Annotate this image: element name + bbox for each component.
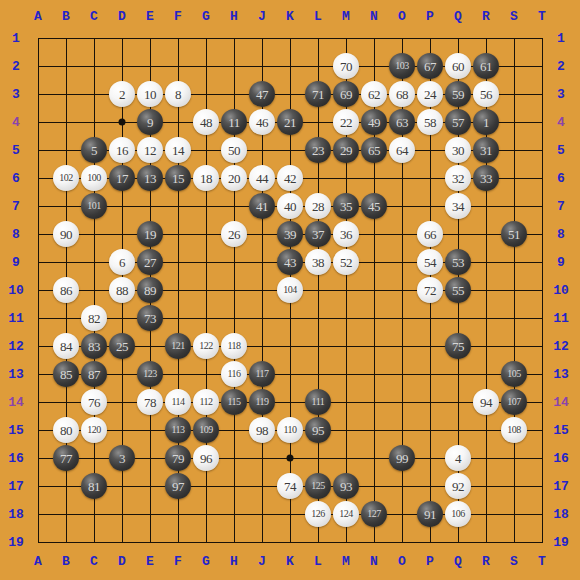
move-number: 85 bbox=[60, 368, 72, 381]
move-number: 17 bbox=[116, 172, 128, 185]
move-number: 67 bbox=[424, 60, 436, 73]
move-number: 59 bbox=[452, 88, 464, 101]
move-number: 73 bbox=[144, 312, 156, 325]
stone-D6[interactable]: 17 bbox=[109, 165, 135, 191]
stone-E11[interactable]: 73 bbox=[137, 305, 163, 331]
stone-E4[interactable]: 9 bbox=[137, 109, 163, 135]
move-number: 56 bbox=[480, 88, 492, 101]
stone-J7[interactable]: 41 bbox=[249, 193, 275, 219]
stone-R14[interactable]: 94 bbox=[473, 389, 499, 415]
stone-P2[interactable]: 67 bbox=[417, 53, 443, 79]
row-label-left: 16 bbox=[8, 451, 24, 466]
row-label-left: 12 bbox=[8, 339, 24, 354]
move-number: 47 bbox=[256, 88, 268, 101]
stone-Q2[interactable]: 60 bbox=[445, 53, 471, 79]
stone-O2[interactable]: 103 bbox=[389, 53, 415, 79]
move-number: 109 bbox=[199, 425, 213, 435]
star-point bbox=[119, 119, 126, 126]
stone-G14[interactable]: 112 bbox=[193, 389, 219, 415]
stone-L14[interactable]: 111 bbox=[305, 389, 331, 415]
column-label-bottom: A bbox=[34, 554, 42, 569]
stone-O5[interactable]: 64 bbox=[389, 137, 415, 163]
stone-Q6[interactable]: 32 bbox=[445, 165, 471, 191]
move-number: 116 bbox=[227, 369, 240, 379]
stone-G12[interactable]: 122 bbox=[193, 333, 219, 359]
move-number: 71 bbox=[312, 88, 324, 101]
row-label-left: 8 bbox=[12, 227, 20, 242]
move-number: 30 bbox=[452, 144, 464, 157]
move-number: 21 bbox=[284, 116, 296, 129]
stone-K7[interactable]: 40 bbox=[277, 193, 303, 219]
move-number: 26 bbox=[228, 228, 240, 241]
move-number: 84 bbox=[60, 340, 72, 353]
stone-H13[interactable]: 116 bbox=[221, 361, 247, 387]
stone-D5[interactable]: 16 bbox=[109, 137, 135, 163]
stone-N7[interactable]: 45 bbox=[361, 193, 387, 219]
move-number: 20 bbox=[228, 172, 240, 185]
move-number: 83 bbox=[88, 340, 100, 353]
column-label-bottom: K bbox=[286, 554, 294, 569]
move-number: 127 bbox=[367, 509, 381, 519]
stone-Q16[interactable]: 4 bbox=[445, 445, 471, 471]
move-number: 11 bbox=[228, 116, 240, 129]
move-number: 75 bbox=[452, 340, 464, 353]
move-number: 113 bbox=[171, 425, 184, 435]
stone-P9[interactable]: 54 bbox=[417, 249, 443, 275]
stone-B10[interactable]: 86 bbox=[53, 277, 79, 303]
stone-B13[interactable]: 85 bbox=[53, 361, 79, 387]
stone-J15[interactable]: 98 bbox=[249, 417, 275, 443]
move-number: 54 bbox=[424, 256, 436, 269]
move-number: 94 bbox=[480, 396, 492, 409]
stone-M2[interactable]: 70 bbox=[333, 53, 359, 79]
stone-K10[interactable]: 104 bbox=[277, 277, 303, 303]
move-number: 95 bbox=[312, 424, 324, 437]
move-number: 125 bbox=[311, 481, 325, 491]
move-number: 96 bbox=[200, 452, 212, 465]
row-label-right: 4 bbox=[557, 115, 565, 130]
stone-F15[interactable]: 113 bbox=[165, 417, 191, 443]
move-number: 8 bbox=[175, 88, 181, 101]
column-label-bottom: L bbox=[314, 554, 322, 569]
move-number: 76 bbox=[88, 396, 100, 409]
move-number: 25 bbox=[116, 340, 128, 353]
row-label-left: 13 bbox=[8, 367, 24, 382]
move-number: 124 bbox=[339, 509, 353, 519]
stone-L8[interactable]: 37 bbox=[305, 221, 331, 247]
column-label-top: J bbox=[258, 9, 266, 24]
column-label-top: C bbox=[90, 9, 98, 24]
stone-Q7[interactable]: 34 bbox=[445, 193, 471, 219]
move-number: 13 bbox=[144, 172, 156, 185]
move-number: 15 bbox=[172, 172, 184, 185]
move-number: 12 bbox=[144, 144, 156, 157]
stone-O3[interactable]: 68 bbox=[389, 81, 415, 107]
stone-M9[interactable]: 52 bbox=[333, 249, 359, 275]
stone-H4[interactable]: 11 bbox=[221, 109, 247, 135]
stone-E5[interactable]: 12 bbox=[137, 137, 163, 163]
column-label-top: M bbox=[342, 9, 350, 24]
row-label-right: 8 bbox=[557, 227, 565, 242]
stone-H5[interactable]: 50 bbox=[221, 137, 247, 163]
move-number: 49 bbox=[368, 116, 380, 129]
stone-G15[interactable]: 109 bbox=[193, 417, 219, 443]
stone-B8[interactable]: 90 bbox=[53, 221, 79, 247]
move-number: 48 bbox=[200, 116, 212, 129]
stone-R3[interactable]: 56 bbox=[473, 81, 499, 107]
column-label-bottom: H bbox=[230, 554, 238, 569]
stone-D16[interactable]: 3 bbox=[109, 445, 135, 471]
row-label-right: 2 bbox=[557, 59, 565, 74]
stone-M8[interactable]: 36 bbox=[333, 221, 359, 247]
stone-J13[interactable]: 117 bbox=[249, 361, 275, 387]
stone-L7[interactable]: 28 bbox=[305, 193, 331, 219]
move-number: 53 bbox=[452, 256, 464, 269]
column-label-bottom: S bbox=[510, 554, 518, 569]
row-label-left: 17 bbox=[8, 479, 24, 494]
move-number: 44 bbox=[256, 172, 268, 185]
stone-K8[interactable]: 39 bbox=[277, 221, 303, 247]
stone-H6[interactable]: 20 bbox=[221, 165, 247, 191]
stone-M7[interactable]: 35 bbox=[333, 193, 359, 219]
row-label-left: 18 bbox=[8, 507, 24, 522]
stone-F14[interactable]: 114 bbox=[165, 389, 191, 415]
stone-D12[interactable]: 25 bbox=[109, 333, 135, 359]
stone-B16[interactable]: 77 bbox=[53, 445, 79, 471]
stone-B15[interactable]: 80 bbox=[53, 417, 79, 443]
move-number: 103 bbox=[395, 61, 409, 71]
row-label-left: 4 bbox=[12, 115, 20, 130]
move-number: 29 bbox=[340, 144, 352, 157]
stone-B12[interactable]: 84 bbox=[53, 333, 79, 359]
move-number: 31 bbox=[480, 144, 492, 157]
move-number: 104 bbox=[283, 285, 297, 295]
grid-line-vertical bbox=[542, 38, 543, 543]
row-label-left: 10 bbox=[8, 283, 24, 298]
column-label-top: D bbox=[118, 9, 126, 24]
stone-F3[interactable]: 8 bbox=[165, 81, 191, 107]
stone-H8[interactable]: 26 bbox=[221, 221, 247, 247]
move-number: 24 bbox=[424, 88, 436, 101]
move-number: 106 bbox=[451, 509, 465, 519]
stone-K4[interactable]: 21 bbox=[277, 109, 303, 135]
move-number: 61 bbox=[480, 60, 492, 73]
stone-E13[interactable]: 123 bbox=[137, 361, 163, 387]
move-number: 87 bbox=[88, 368, 100, 381]
move-number: 16 bbox=[116, 144, 128, 157]
stone-C7[interactable]: 101 bbox=[81, 193, 107, 219]
column-label-top: H bbox=[230, 9, 238, 24]
grid-line-vertical bbox=[318, 38, 319, 543]
move-number: 108 bbox=[507, 425, 521, 435]
stone-G4[interactable]: 48 bbox=[193, 109, 219, 135]
move-number: 117 bbox=[255, 369, 268, 379]
stone-R6[interactable]: 33 bbox=[473, 165, 499, 191]
move-number: 22 bbox=[340, 116, 352, 129]
grid-line-horizontal bbox=[38, 542, 543, 543]
move-number: 98 bbox=[256, 424, 268, 437]
stone-Q12[interactable]: 75 bbox=[445, 333, 471, 359]
row-label-right: 14 bbox=[553, 395, 569, 410]
column-label-top: R bbox=[482, 9, 490, 24]
move-number: 32 bbox=[452, 172, 464, 185]
move-number: 6 bbox=[119, 256, 125, 269]
column-label-top: A bbox=[34, 9, 42, 24]
column-label-bottom: R bbox=[482, 554, 490, 569]
stone-E9[interactable]: 27 bbox=[137, 249, 163, 275]
move-number: 38 bbox=[312, 256, 324, 269]
stone-K17[interactable]: 74 bbox=[277, 473, 303, 499]
stone-G6[interactable]: 18 bbox=[193, 165, 219, 191]
move-number: 114 bbox=[171, 397, 184, 407]
stone-H12[interactable]: 118 bbox=[221, 333, 247, 359]
move-number: 89 bbox=[144, 284, 156, 297]
stone-C6[interactable]: 100 bbox=[81, 165, 107, 191]
stone-H14[interactable]: 115 bbox=[221, 389, 247, 415]
column-label-bottom: P bbox=[426, 554, 434, 569]
stone-C13[interactable]: 87 bbox=[81, 361, 107, 387]
stone-N5[interactable]: 65 bbox=[361, 137, 387, 163]
stone-D10[interactable]: 88 bbox=[109, 277, 135, 303]
stone-L5[interactable]: 23 bbox=[305, 137, 331, 163]
stone-R4[interactable]: 1 bbox=[473, 109, 499, 135]
stone-Q3[interactable]: 59 bbox=[445, 81, 471, 107]
stone-L17[interactable]: 125 bbox=[305, 473, 331, 499]
stone-J4[interactable]: 46 bbox=[249, 109, 275, 135]
stone-L3[interactable]: 71 bbox=[305, 81, 331, 107]
move-number: 99 bbox=[396, 452, 408, 465]
stone-M5[interactable]: 29 bbox=[333, 137, 359, 163]
stone-M3[interactable]: 69 bbox=[333, 81, 359, 107]
column-label-top: T bbox=[538, 9, 546, 24]
grid-line-horizontal bbox=[38, 318, 543, 319]
row-label-right: 17 bbox=[553, 479, 569, 494]
row-label-right: 3 bbox=[557, 87, 565, 102]
go-board[interactable]: AABBCCDDEEFFGGHHJJKKLLMMNNOOPPQQRRSSTT11… bbox=[0, 0, 580, 580]
move-number: 81 bbox=[88, 480, 100, 493]
stone-Q9[interactable]: 53 bbox=[445, 249, 471, 275]
move-number: 52 bbox=[340, 256, 352, 269]
column-label-bottom: J bbox=[258, 554, 266, 569]
stone-C11[interactable]: 82 bbox=[81, 305, 107, 331]
move-number: 35 bbox=[340, 200, 352, 213]
move-number: 69 bbox=[340, 88, 352, 101]
row-label-left: 6 bbox=[12, 171, 20, 186]
move-number: 18 bbox=[200, 172, 212, 185]
row-label-right: 10 bbox=[553, 283, 569, 298]
move-number: 27 bbox=[144, 256, 156, 269]
move-number: 58 bbox=[424, 116, 436, 129]
stone-M18[interactable]: 124 bbox=[333, 501, 359, 527]
stone-J6[interactable]: 44 bbox=[249, 165, 275, 191]
move-number: 119 bbox=[255, 397, 268, 407]
stone-E10[interactable]: 89 bbox=[137, 277, 163, 303]
move-number: 118 bbox=[227, 341, 240, 351]
column-label-top: K bbox=[286, 9, 294, 24]
move-number: 102 bbox=[59, 173, 73, 183]
move-number: 70 bbox=[340, 60, 352, 73]
move-number: 63 bbox=[396, 116, 408, 129]
move-number: 82 bbox=[88, 312, 100, 325]
stone-N18[interactable]: 127 bbox=[361, 501, 387, 527]
stone-F17[interactable]: 97 bbox=[165, 473, 191, 499]
stone-O16[interactable]: 99 bbox=[389, 445, 415, 471]
move-number: 34 bbox=[452, 200, 464, 213]
move-number: 93 bbox=[340, 480, 352, 493]
move-number: 90 bbox=[60, 228, 72, 241]
row-label-left: 1 bbox=[12, 31, 20, 46]
move-number: 107 bbox=[507, 397, 521, 407]
stone-R5[interactable]: 31 bbox=[473, 137, 499, 163]
move-number: 51 bbox=[508, 228, 520, 241]
move-number: 121 bbox=[171, 341, 185, 351]
move-number: 79 bbox=[172, 452, 184, 465]
stone-O4[interactable]: 63 bbox=[389, 109, 415, 135]
stone-C15[interactable]: 120 bbox=[81, 417, 107, 443]
row-label-right: 15 bbox=[553, 423, 569, 438]
column-label-bottom: Q bbox=[454, 554, 462, 569]
move-number: 45 bbox=[368, 200, 380, 213]
stone-C12[interactable]: 83 bbox=[81, 333, 107, 359]
stone-K15[interactable]: 110 bbox=[277, 417, 303, 443]
stone-S14[interactable]: 107 bbox=[501, 389, 527, 415]
move-number: 41 bbox=[256, 200, 268, 213]
column-label-top: L bbox=[314, 9, 322, 24]
move-number: 64 bbox=[396, 144, 408, 157]
column-label-bottom: C bbox=[90, 554, 98, 569]
move-number: 28 bbox=[312, 200, 324, 213]
stone-J3[interactable]: 47 bbox=[249, 81, 275, 107]
stone-C14[interactable]: 76 bbox=[81, 389, 107, 415]
stone-E6[interactable]: 13 bbox=[137, 165, 163, 191]
stone-S13[interactable]: 105 bbox=[501, 361, 527, 387]
stone-P3[interactable]: 24 bbox=[417, 81, 443, 107]
move-number: 46 bbox=[256, 116, 268, 129]
stone-C5[interactable]: 5 bbox=[81, 137, 107, 163]
row-label-left: 3 bbox=[12, 87, 20, 102]
move-number: 5 bbox=[91, 144, 97, 157]
stone-F5[interactable]: 14 bbox=[165, 137, 191, 163]
star-point bbox=[287, 455, 294, 462]
move-number: 68 bbox=[396, 88, 408, 101]
stone-J14[interactable]: 119 bbox=[249, 389, 275, 415]
stone-K6[interactable]: 42 bbox=[277, 165, 303, 191]
row-label-left: 7 bbox=[12, 199, 20, 214]
row-label-right: 19 bbox=[553, 535, 569, 550]
move-number: 39 bbox=[284, 228, 296, 241]
move-number: 92 bbox=[452, 480, 464, 493]
move-number: 23 bbox=[312, 144, 324, 157]
column-label-bottom: B bbox=[62, 554, 70, 569]
move-number: 65 bbox=[368, 144, 380, 157]
stone-G16[interactable]: 96 bbox=[193, 445, 219, 471]
stone-N3[interactable]: 62 bbox=[361, 81, 387, 107]
stone-L18[interactable]: 126 bbox=[305, 501, 331, 527]
stone-L9[interactable]: 38 bbox=[305, 249, 331, 275]
move-number: 4 bbox=[455, 452, 461, 465]
stone-D9[interactable]: 6 bbox=[109, 249, 135, 275]
move-number: 74 bbox=[284, 480, 296, 493]
stone-L15[interactable]: 95 bbox=[305, 417, 331, 443]
move-number: 91 bbox=[424, 508, 436, 521]
move-number: 1 bbox=[483, 116, 489, 129]
row-label-right: 5 bbox=[557, 143, 565, 158]
move-number: 77 bbox=[60, 452, 72, 465]
stone-P8[interactable]: 66 bbox=[417, 221, 443, 247]
stone-S15[interactable]: 108 bbox=[501, 417, 527, 443]
column-label-top: N bbox=[370, 9, 378, 24]
stone-Q4[interactable]: 57 bbox=[445, 109, 471, 135]
move-number: 42 bbox=[284, 172, 296, 185]
stone-P10[interactable]: 72 bbox=[417, 277, 443, 303]
column-label-top: G bbox=[202, 9, 210, 24]
row-label-right: 13 bbox=[553, 367, 569, 382]
move-number: 120 bbox=[87, 425, 101, 435]
row-label-left: 19 bbox=[8, 535, 24, 550]
move-number: 126 bbox=[311, 509, 325, 519]
column-label-top: E bbox=[146, 9, 154, 24]
stone-K9[interactable]: 43 bbox=[277, 249, 303, 275]
move-number: 62 bbox=[368, 88, 380, 101]
stone-Q10[interactable]: 55 bbox=[445, 277, 471, 303]
column-label-top: S bbox=[510, 9, 518, 24]
stone-E8[interactable]: 19 bbox=[137, 221, 163, 247]
move-number: 80 bbox=[60, 424, 72, 437]
stone-M4[interactable]: 22 bbox=[333, 109, 359, 135]
move-number: 110 bbox=[283, 425, 296, 435]
stone-P18[interactable]: 91 bbox=[417, 501, 443, 527]
stone-D3[interactable]: 2 bbox=[109, 81, 135, 107]
move-number: 66 bbox=[424, 228, 436, 241]
move-number: 97 bbox=[172, 480, 184, 493]
grid-line-horizontal bbox=[38, 402, 543, 403]
stone-S8[interactable]: 51 bbox=[501, 221, 527, 247]
stone-Q17[interactable]: 92 bbox=[445, 473, 471, 499]
row-label-left: 15 bbox=[8, 423, 24, 438]
column-label-top: O bbox=[398, 9, 406, 24]
column-label-bottom: E bbox=[146, 554, 154, 569]
stone-C17[interactable]: 81 bbox=[81, 473, 107, 499]
stone-Q5[interactable]: 30 bbox=[445, 137, 471, 163]
move-number: 37 bbox=[312, 228, 324, 241]
row-label-left: 9 bbox=[12, 255, 20, 270]
stone-F16[interactable]: 79 bbox=[165, 445, 191, 471]
stone-E14[interactable]: 78 bbox=[137, 389, 163, 415]
move-number: 36 bbox=[340, 228, 352, 241]
column-label-bottom: N bbox=[370, 554, 378, 569]
stone-P4[interactable]: 58 bbox=[417, 109, 443, 135]
stone-F12[interactable]: 121 bbox=[165, 333, 191, 359]
row-label-right: 9 bbox=[557, 255, 565, 270]
column-label-top: B bbox=[62, 9, 70, 24]
stone-Q18[interactable]: 106 bbox=[445, 501, 471, 527]
row-label-left: 11 bbox=[8, 311, 24, 326]
move-number: 88 bbox=[116, 284, 128, 297]
stone-N4[interactable]: 49 bbox=[361, 109, 387, 135]
stone-M17[interactable]: 93 bbox=[333, 473, 359, 499]
move-number: 122 bbox=[199, 341, 213, 351]
move-number: 19 bbox=[144, 228, 156, 241]
row-label-right: 7 bbox=[557, 199, 565, 214]
move-number: 60 bbox=[452, 60, 464, 73]
stone-B6[interactable]: 102 bbox=[53, 165, 79, 191]
move-number: 100 bbox=[87, 173, 101, 183]
stone-E3[interactable]: 10 bbox=[137, 81, 163, 107]
column-label-bottom: G bbox=[202, 554, 210, 569]
stone-F6[interactable]: 15 bbox=[165, 165, 191, 191]
stone-R2[interactable]: 61 bbox=[473, 53, 499, 79]
row-label-left: 14 bbox=[8, 395, 24, 410]
